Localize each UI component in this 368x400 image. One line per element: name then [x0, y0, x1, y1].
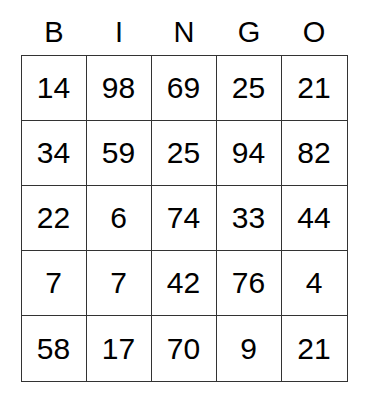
cell-r0c0[interactable]: 14 — [22, 56, 87, 121]
cell-r2c4[interactable]: 44 — [282, 186, 347, 251]
header-letter-i: I — [87, 10, 152, 55]
cell-r2c3[interactable]: 33 — [217, 186, 282, 251]
header-letter-n: N — [152, 10, 217, 55]
cell-r1c1[interactable]: 59 — [87, 121, 152, 186]
cell-r3c3[interactable]: 76 — [217, 251, 282, 316]
cell-r0c3[interactable]: 25 — [217, 56, 282, 121]
cell-r2c1[interactable]: 6 — [87, 186, 152, 251]
cell-r2c0[interactable]: 22 — [22, 186, 87, 251]
cell-r4c4[interactable]: 21 — [282, 316, 347, 381]
cell-r1c3[interactable]: 94 — [217, 121, 282, 186]
cell-r3c1[interactable]: 7 — [87, 251, 152, 316]
cell-r4c3[interactable]: 9 — [217, 316, 282, 381]
cell-r4c0[interactable]: 58 — [22, 316, 87, 381]
header-letter-o: O — [282, 10, 347, 55]
bingo-grid: 14 98 69 25 21 34 59 25 94 82 22 6 74 33… — [21, 55, 348, 382]
bingo-header: B I N G O — [21, 10, 348, 55]
cell-r0c4[interactable]: 21 — [282, 56, 347, 121]
cell-r0c1[interactable]: 98 — [87, 56, 152, 121]
cell-r2c2[interactable]: 74 — [152, 186, 217, 251]
cell-r4c2[interactable]: 70 — [152, 316, 217, 381]
cell-r3c0[interactable]: 7 — [22, 251, 87, 316]
header-letter-b: B — [22, 10, 87, 55]
cell-r4c1[interactable]: 17 — [87, 316, 152, 381]
cell-r0c2[interactable]: 69 — [152, 56, 217, 121]
cell-r3c4[interactable]: 4 — [282, 251, 347, 316]
header-letter-g: G — [217, 10, 282, 55]
cell-r1c4[interactable]: 82 — [282, 121, 347, 186]
bingo-card: B I N G O 14 98 69 25 21 34 59 25 94 82 … — [21, 0, 348, 382]
cell-r1c0[interactable]: 34 — [22, 121, 87, 186]
cell-r1c2[interactable]: 25 — [152, 121, 217, 186]
cell-r3c2[interactable]: 42 — [152, 251, 217, 316]
